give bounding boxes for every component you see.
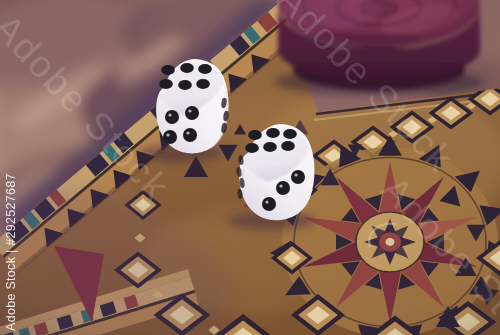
- backgammon-dice-photo: Adobe Stock Adobe Stock Adobe Stock Adob…: [0, 0, 500, 335]
- watermark-stock-id-label: Adobe Stock | #292527687: [4, 173, 18, 331]
- photo-canvas: Adobe Stock Adobe Stock Adobe Stock Adob…: [0, 0, 500, 335]
